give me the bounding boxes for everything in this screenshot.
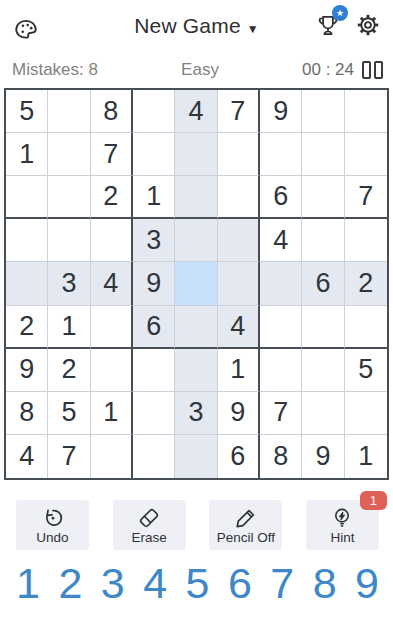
digit-3[interactable]: 3 — [101, 562, 125, 605]
cell-r5c7[interactable] — [260, 262, 302, 305]
cell-r3c4[interactable]: 1 — [133, 176, 175, 219]
cell-r8c1[interactable]: 8 — [6, 392, 48, 435]
cell-r4c7[interactable]: 4 — [260, 219, 302, 262]
cell-r2c7[interactable] — [260, 133, 302, 176]
digit-9[interactable]: 9 — [355, 562, 379, 605]
cell-r5c3[interactable]: 4 — [91, 262, 133, 305]
cell-r8c9[interactable] — [345, 392, 387, 435]
eraser-icon — [137, 506, 161, 530]
erase-button[interactable]: Erase — [113, 500, 186, 550]
cell-r6c6[interactable]: 4 — [218, 306, 260, 349]
cell-r5c9[interactable]: 2 — [345, 262, 387, 305]
cell-r9c9[interactable]: 1 — [345, 435, 387, 478]
cell-r9c3[interactable] — [91, 435, 133, 478]
pause-icon — [362, 61, 371, 79]
cell-r8c3[interactable]: 1 — [91, 392, 133, 435]
hint-button[interactable]: Hint 1 — [306, 500, 379, 550]
cell-r6c4[interactable]: 6 — [133, 306, 175, 349]
cell-r7c3[interactable] — [91, 349, 133, 392]
cell-r7c5[interactable] — [175, 349, 217, 392]
digit-4[interactable]: 4 — [143, 562, 167, 605]
pause-button[interactable] — [362, 61, 383, 79]
cell-r7c2[interactable]: 2 — [48, 349, 90, 392]
cell-r5c4[interactable]: 9 — [133, 262, 175, 305]
cell-r6c7[interactable] — [260, 306, 302, 349]
undo-label: Undo — [36, 530, 68, 545]
hint-count-badge: 1 — [360, 491, 387, 510]
header: New Game▼ ★ — [0, 0, 393, 54]
cell-r3c2[interactable] — [48, 176, 90, 219]
sudoku-board: 58479172167343496221649215851397476891 — [4, 88, 389, 480]
cell-r6c2[interactable]: 1 — [48, 306, 90, 349]
cell-r4c6[interactable] — [218, 219, 260, 262]
achievements-button[interactable]: ★ — [315, 12, 341, 38]
cell-r4c4[interactable]: 3 — [133, 219, 175, 262]
digit-5[interactable]: 5 — [186, 562, 210, 605]
cell-r8c5[interactable]: 3 — [175, 392, 217, 435]
cell-r4c9[interactable] — [345, 219, 387, 262]
erase-label: Erase — [132, 530, 167, 545]
hint-label: Hint — [330, 530, 354, 545]
toolbar: Undo Erase Pencil Off — [0, 480, 393, 550]
cell-r3c8[interactable] — [302, 176, 344, 219]
undo-button[interactable]: Undo — [16, 500, 89, 550]
cell-r3c9[interactable]: 7 — [345, 176, 387, 219]
cell-r9c2[interactable]: 7 — [48, 435, 90, 478]
cell-r8c2[interactable]: 5 — [48, 392, 90, 435]
cell-r5c2[interactable]: 3 — [48, 262, 90, 305]
cell-r9c1[interactable]: 4 — [6, 435, 48, 478]
status-bar: Mistakes: 8 Easy 00 : 24 — [0, 54, 393, 88]
timer: 00 : 24 — [302, 60, 354, 80]
cell-r4c3[interactable] — [91, 219, 133, 262]
cell-r9c5[interactable] — [175, 435, 217, 478]
number-pad: 123456789 — [0, 550, 393, 605]
cell-r9c4[interactable] — [133, 435, 175, 478]
digit-7[interactable]: 7 — [270, 562, 294, 605]
cell-r2c4[interactable] — [133, 133, 175, 176]
cell-r1c7[interactable]: 9 — [260, 90, 302, 133]
cell-r3c6[interactable] — [218, 176, 260, 219]
cell-r4c5[interactable] — [175, 219, 217, 262]
digit-6[interactable]: 6 — [228, 562, 252, 605]
cell-r7c8[interactable] — [302, 349, 344, 392]
cell-r5c1[interactable] — [6, 262, 48, 305]
cell-r9c8[interactable]: 9 — [302, 435, 344, 478]
cell-r6c9[interactable] — [345, 306, 387, 349]
cell-r8c4[interactable] — [133, 392, 175, 435]
cell-r8c6[interactable]: 9 — [218, 392, 260, 435]
cell-r6c1[interactable]: 2 — [6, 306, 48, 349]
undo-icon — [41, 506, 65, 530]
settings-button[interactable] — [355, 12, 381, 38]
cell-r1c9[interactable] — [345, 90, 387, 133]
chevron-down-icon: ▼ — [247, 22, 259, 36]
cell-r1c3[interactable]: 8 — [91, 90, 133, 133]
cell-r2c2[interactable] — [48, 133, 90, 176]
cell-r5c6[interactable] — [218, 262, 260, 305]
cell-r2c9[interactable] — [345, 133, 387, 176]
cell-r1c4[interactable] — [133, 90, 175, 133]
cell-r4c1[interactable] — [6, 219, 48, 262]
cell-r6c3[interactable] — [91, 306, 133, 349]
digit-2[interactable]: 2 — [58, 562, 82, 605]
cell-r4c2[interactable] — [48, 219, 90, 262]
settings-gear-icon — [355, 12, 381, 38]
cell-r2c1[interactable]: 1 — [6, 133, 48, 176]
pencil-toggle-button[interactable]: Pencil Off — [209, 500, 282, 550]
hint-bulb-icon — [330, 506, 354, 530]
cell-r2c8[interactable] — [302, 133, 344, 176]
cell-r5c8[interactable]: 6 — [302, 262, 344, 305]
cell-r3c3[interactable]: 2 — [91, 176, 133, 219]
cell-r2c5[interactable] — [175, 133, 217, 176]
cell-r2c6[interactable] — [218, 133, 260, 176]
cell-r2c3[interactable]: 7 — [91, 133, 133, 176]
cell-r1c8[interactable] — [302, 90, 344, 133]
cell-r6c8[interactable] — [302, 306, 344, 349]
cell-r3c1[interactable] — [6, 176, 48, 219]
trophy-star-badge: ★ — [332, 5, 348, 21]
cell-r9c7[interactable]: 8 — [260, 435, 302, 478]
cell-r7c1[interactable]: 9 — [6, 349, 48, 392]
cell-r1c2[interactable] — [48, 90, 90, 133]
digit-1[interactable]: 1 — [16, 562, 40, 605]
cell-r1c6[interactable]: 7 — [218, 90, 260, 133]
cell-r3c7[interactable]: 6 — [260, 176, 302, 219]
digit-8[interactable]: 8 — [313, 562, 337, 605]
cell-r7c7[interactable] — [260, 349, 302, 392]
pencil-label: Pencil Off — [217, 530, 275, 545]
mistakes-counter: Mistakes: 8 — [12, 60, 98, 80]
cell-r7c9[interactable]: 5 — [345, 349, 387, 392]
cell-r6c5[interactable] — [175, 306, 217, 349]
cell-r7c6[interactable]: 1 — [218, 349, 260, 392]
difficulty-label: Easy — [181, 60, 219, 80]
cell-r4c8[interactable] — [302, 219, 344, 262]
page-title: New Game — [134, 14, 241, 37]
cell-r3c5[interactable] — [175, 176, 217, 219]
cell-r1c5[interactable]: 4 — [175, 90, 217, 133]
cell-r8c7[interactable]: 7 — [260, 392, 302, 435]
cell-r9c6[interactable]: 6 — [218, 435, 260, 478]
pencil-icon — [234, 506, 258, 530]
cell-r8c8[interactable] — [302, 392, 344, 435]
cell-r7c4[interactable] — [133, 349, 175, 392]
cell-r5c5[interactable] — [175, 262, 217, 305]
cell-r1c1[interactable]: 5 — [6, 90, 48, 133]
